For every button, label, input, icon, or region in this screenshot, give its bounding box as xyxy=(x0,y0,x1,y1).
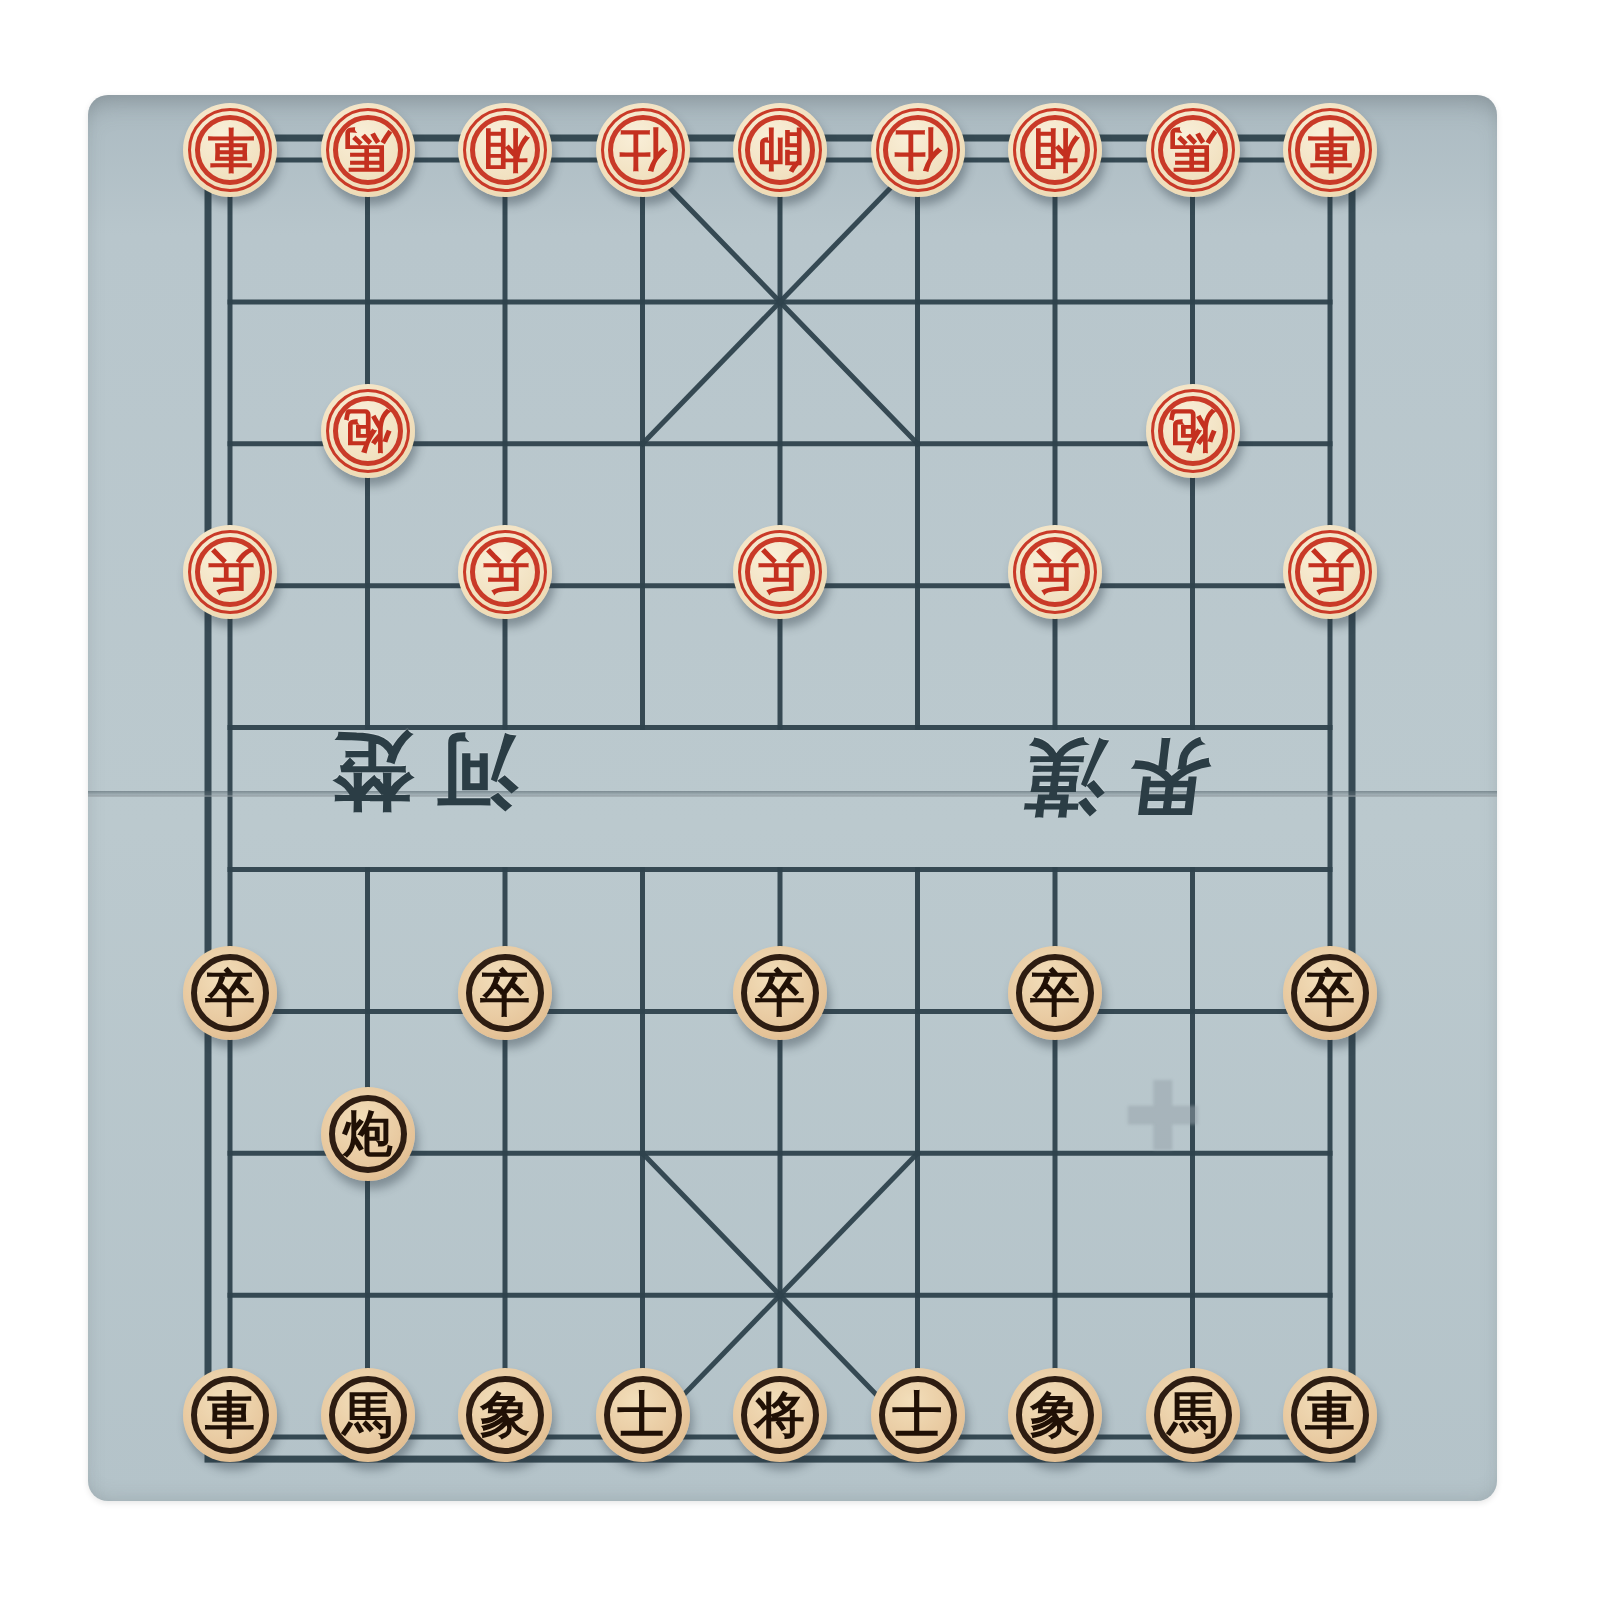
piece-character: 馬 xyxy=(344,127,391,174)
piece-red-elephant[interactable]: 相 xyxy=(1008,103,1102,197)
piece-character: 象 xyxy=(480,1390,530,1440)
piece-black-soldier[interactable]: 卒 xyxy=(183,946,277,1040)
piece-character: 車 xyxy=(1307,127,1354,174)
piece-red-soldier[interactable]: 兵 xyxy=(183,525,277,619)
river-label-chu-he: 楚河 xyxy=(332,732,518,814)
watermark-cross-icon: ✚ xyxy=(1123,1069,1203,1165)
piece-character: 馬 xyxy=(343,1390,393,1440)
piece-black-horse[interactable]: 馬 xyxy=(1146,1368,1240,1462)
piece-character: 相 xyxy=(482,127,529,174)
piece-red-cannon[interactable]: 炮 xyxy=(1146,384,1240,478)
piece-red-soldier[interactable]: 兵 xyxy=(1008,525,1102,619)
piece-character: 相 xyxy=(1032,127,1079,174)
piece-character: 兵 xyxy=(1032,548,1079,595)
piece-black-chariot[interactable]: 車 xyxy=(1283,1368,1377,1462)
piece-red-soldier[interactable]: 兵 xyxy=(1283,525,1377,619)
piece-black-chariot[interactable]: 車 xyxy=(183,1368,277,1462)
piece-black-soldier[interactable]: 卒 xyxy=(733,946,827,1040)
piece-character: 兵 xyxy=(482,548,529,595)
piece-character: 兵 xyxy=(757,548,804,595)
piece-character: 兵 xyxy=(207,548,254,595)
piece-black-general[interactable]: 将 xyxy=(733,1368,827,1462)
piece-character: 士 xyxy=(618,1390,668,1440)
piece-character: 仕 xyxy=(894,127,941,174)
piece-red-general[interactable]: 帥 xyxy=(733,103,827,197)
piece-red-chariot[interactable]: 車 xyxy=(183,103,277,197)
piece-character: 馬 xyxy=(1168,1390,1218,1440)
piece-black-cannon[interactable]: 炮 xyxy=(321,1087,415,1181)
river-label-han-jie: 漢界 xyxy=(1024,737,1210,819)
piece-black-soldier[interactable]: 卒 xyxy=(1283,946,1377,1040)
piece-black-horse[interactable]: 馬 xyxy=(321,1368,415,1462)
piece-red-horse[interactable]: 馬 xyxy=(321,103,415,197)
piece-black-elephant[interactable]: 象 xyxy=(1008,1368,1102,1462)
piece-character: 士 xyxy=(893,1390,943,1440)
piece-character: 炮 xyxy=(343,1109,393,1159)
piece-black-soldier[interactable]: 卒 xyxy=(458,946,552,1040)
piece-black-advisor[interactable]: 士 xyxy=(871,1368,965,1462)
piece-character: 炮 xyxy=(344,408,391,455)
piece-character: 卒 xyxy=(1305,968,1355,1018)
piece-red-advisor[interactable]: 仕 xyxy=(596,103,690,197)
piece-black-advisor[interactable]: 士 xyxy=(596,1368,690,1462)
piece-character: 仕 xyxy=(619,127,666,174)
piece-black-elephant[interactable]: 象 xyxy=(458,1368,552,1462)
piece-character: 将 xyxy=(755,1390,805,1440)
piece-character: 車 xyxy=(1305,1390,1355,1440)
piece-character: 卒 xyxy=(755,968,805,1018)
board-grid xyxy=(88,95,1497,1501)
piece-red-soldier[interactable]: 兵 xyxy=(458,525,552,619)
piece-character: 象 xyxy=(1030,1390,1080,1440)
piece-character: 卒 xyxy=(480,968,530,1018)
piece-red-horse[interactable]: 馬 xyxy=(1146,103,1240,197)
piece-red-advisor[interactable]: 仕 xyxy=(871,103,965,197)
piece-character: 炮 xyxy=(1169,408,1216,455)
piece-character: 卒 xyxy=(205,968,255,1018)
piece-character: 帥 xyxy=(757,127,804,174)
piece-character: 兵 xyxy=(1307,548,1354,595)
piece-red-chariot[interactable]: 車 xyxy=(1283,103,1377,197)
xiangqi-board-mat: 楚河 漢界 ✚ 車馬相仕帥仕相馬車炮炮兵兵兵兵兵卒卒卒卒卒炮車馬象士将士象馬車 xyxy=(88,95,1497,1501)
piece-character: 車 xyxy=(205,1390,255,1440)
board-fold-seam xyxy=(88,791,1497,797)
piece-red-elephant[interactable]: 相 xyxy=(458,103,552,197)
piece-character: 車 xyxy=(207,127,254,174)
piece-red-cannon[interactable]: 炮 xyxy=(321,384,415,478)
piece-red-soldier[interactable]: 兵 xyxy=(733,525,827,619)
piece-character: 卒 xyxy=(1030,968,1080,1018)
piece-character: 馬 xyxy=(1169,127,1216,174)
piece-black-soldier[interactable]: 卒 xyxy=(1008,946,1102,1040)
